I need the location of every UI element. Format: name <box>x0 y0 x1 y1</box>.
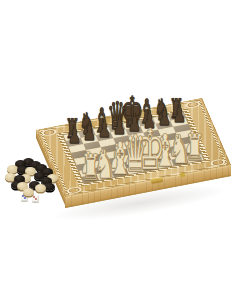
checkers-and-dice <box>0 0 240 303</box>
die <box>32 195 39 202</box>
checker-light <box>23 188 34 196</box>
product-photo-chess-set: ♜♞♝♛♚♝♞♜♟♟♟♟♟♟♟♟♟♟♟♟♟♟♟♟♜♞♝♛♚♝♞♜ <box>0 0 240 303</box>
checker-light <box>35 184 46 192</box>
checker-light <box>7 165 18 173</box>
